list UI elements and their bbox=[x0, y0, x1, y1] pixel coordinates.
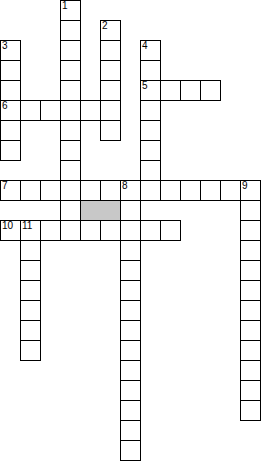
cell[interactable]: 1 bbox=[60, 0, 81, 21]
cell[interactable] bbox=[240, 200, 261, 221]
cell[interactable] bbox=[140, 180, 161, 201]
cell[interactable]: 2 bbox=[100, 20, 121, 41]
cell[interactable] bbox=[120, 440, 141, 461]
cell[interactable] bbox=[120, 400, 141, 421]
cell[interactable] bbox=[60, 40, 81, 61]
cell[interactable] bbox=[120, 220, 141, 241]
clue-number: 8 bbox=[122, 181, 128, 191]
cell[interactable] bbox=[240, 260, 261, 281]
clue-number: 11 bbox=[22, 221, 32, 231]
cell[interactable] bbox=[120, 300, 141, 321]
cell[interactable]: 7 bbox=[0, 180, 21, 201]
cell[interactable] bbox=[240, 280, 261, 301]
highlighted-cell[interactable] bbox=[80, 200, 121, 221]
cell[interactable] bbox=[140, 140, 161, 161]
cell[interactable] bbox=[40, 100, 61, 121]
cell[interactable] bbox=[120, 360, 141, 381]
cell[interactable] bbox=[60, 100, 81, 121]
cell[interactable] bbox=[140, 120, 161, 141]
cell[interactable] bbox=[60, 60, 81, 81]
cell[interactable] bbox=[120, 380, 141, 401]
cell[interactable] bbox=[240, 380, 261, 401]
crossword-grid: 1234567891011 bbox=[0, 0, 261, 461]
cell[interactable] bbox=[20, 340, 41, 361]
cell[interactable]: 8 bbox=[120, 180, 141, 201]
cell[interactable] bbox=[100, 220, 121, 241]
clue-number: 5 bbox=[142, 81, 148, 91]
cell[interactable] bbox=[60, 180, 81, 201]
cell[interactable] bbox=[160, 220, 181, 241]
cell[interactable] bbox=[60, 80, 81, 101]
cell[interactable] bbox=[20, 260, 41, 281]
cell[interactable] bbox=[240, 240, 261, 261]
cell[interactable] bbox=[60, 200, 81, 221]
cell[interactable] bbox=[80, 180, 101, 201]
cell[interactable] bbox=[20, 240, 41, 261]
cell[interactable] bbox=[0, 120, 21, 141]
clue-number: 1 bbox=[62, 1, 68, 11]
clue-number: 3 bbox=[2, 41, 8, 51]
cell[interactable]: 3 bbox=[0, 40, 21, 61]
cell[interactable] bbox=[100, 100, 121, 121]
clue-number: 7 bbox=[2, 181, 8, 191]
cell[interactable] bbox=[60, 140, 81, 161]
cell[interactable] bbox=[0, 140, 21, 161]
cell[interactable] bbox=[20, 320, 41, 341]
cell[interactable] bbox=[220, 180, 241, 201]
cell[interactable] bbox=[240, 360, 261, 381]
cell[interactable] bbox=[40, 220, 61, 241]
cell[interactable] bbox=[20, 180, 41, 201]
cell[interactable] bbox=[100, 40, 121, 61]
cell[interactable] bbox=[180, 80, 201, 101]
cell[interactable]: 9 bbox=[240, 180, 261, 201]
cell[interactable] bbox=[20, 280, 41, 301]
clue-number: 2 bbox=[102, 21, 108, 31]
cell[interactable] bbox=[120, 340, 141, 361]
cell[interactable] bbox=[0, 80, 21, 101]
cell[interactable] bbox=[120, 420, 141, 441]
cell[interactable] bbox=[0, 60, 21, 81]
clue-number: 4 bbox=[142, 41, 148, 51]
cell[interactable] bbox=[100, 60, 121, 81]
cell[interactable] bbox=[180, 180, 201, 201]
cell[interactable] bbox=[240, 400, 261, 421]
cell[interactable]: 10 bbox=[0, 220, 21, 241]
cell[interactable]: 6 bbox=[0, 100, 21, 121]
cell[interactable] bbox=[140, 220, 161, 241]
cell[interactable] bbox=[240, 340, 261, 361]
cell[interactable] bbox=[60, 220, 81, 241]
cell[interactable] bbox=[240, 320, 261, 341]
cell[interactable] bbox=[60, 120, 81, 141]
cell[interactable] bbox=[120, 320, 141, 341]
cell[interactable] bbox=[120, 280, 141, 301]
cell[interactable] bbox=[140, 100, 161, 121]
cell[interactable] bbox=[100, 120, 121, 141]
cell[interactable] bbox=[140, 160, 161, 181]
cell[interactable] bbox=[80, 220, 101, 241]
cell[interactable] bbox=[120, 260, 141, 281]
cell[interactable] bbox=[200, 180, 221, 201]
cell[interactable]: 4 bbox=[140, 40, 161, 61]
cell[interactable] bbox=[40, 180, 61, 201]
cell[interactable] bbox=[60, 160, 81, 181]
cell[interactable] bbox=[20, 100, 41, 121]
cell[interactable] bbox=[80, 100, 101, 121]
cell[interactable] bbox=[60, 20, 81, 41]
cell[interactable] bbox=[100, 80, 121, 101]
cell[interactable] bbox=[160, 180, 181, 201]
cell[interactable] bbox=[240, 300, 261, 321]
clue-number: 6 bbox=[2, 101, 8, 111]
clue-number: 9 bbox=[242, 181, 248, 191]
cell[interactable] bbox=[100, 180, 121, 201]
cell[interactable] bbox=[200, 80, 221, 101]
cell[interactable] bbox=[120, 240, 141, 261]
cell[interactable] bbox=[20, 300, 41, 321]
cell[interactable] bbox=[160, 80, 181, 101]
cell[interactable] bbox=[120, 200, 141, 221]
cell[interactable]: 11 bbox=[20, 220, 41, 241]
cell[interactable]: 5 bbox=[140, 80, 161, 101]
cell[interactable] bbox=[140, 60, 161, 81]
cell[interactable] bbox=[240, 220, 261, 241]
clue-number: 10 bbox=[2, 221, 13, 231]
